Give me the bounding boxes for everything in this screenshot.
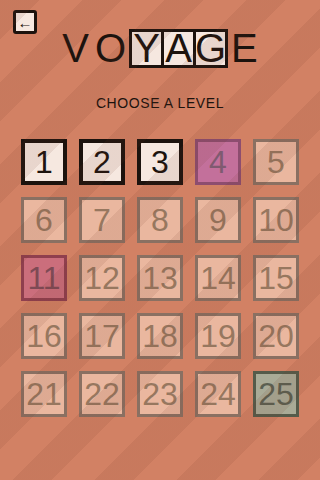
level-button-8[interactable]: 8 — [137, 197, 183, 243]
level-button-10[interactable]: 10 — [253, 197, 299, 243]
title-letter-y-boxed: Y — [129, 29, 164, 68]
level-button-19[interactable]: 19 — [195, 313, 241, 359]
level-button-22[interactable]: 22 — [79, 371, 125, 417]
level-button-1[interactable]: 1 — [21, 139, 67, 185]
level-button-25[interactable]: 25 — [253, 371, 299, 417]
level-button-15[interactable]: 15 — [253, 255, 299, 301]
app-screen: ← VOYAGE CHOOSE A LEVEL 1234567891011121… — [0, 0, 320, 480]
level-button-13[interactable]: 13 — [137, 255, 183, 301]
title-letter-e: E — [228, 28, 261, 68]
level-button-4[interactable]: 4 — [195, 139, 241, 185]
title-letter-v: V — [59, 28, 92, 68]
level-button-23[interactable]: 23 — [137, 371, 183, 417]
level-button-7[interactable]: 7 — [79, 197, 125, 243]
level-button-18[interactable]: 18 — [137, 313, 183, 359]
level-button-21[interactable]: 21 — [21, 371, 67, 417]
level-button-3[interactable]: 3 — [137, 139, 183, 185]
level-button-14[interactable]: 14 — [195, 255, 241, 301]
level-button-20[interactable]: 20 — [253, 313, 299, 359]
level-button-11[interactable]: 11 — [21, 255, 67, 301]
level-button-9[interactable]: 9 — [195, 197, 241, 243]
title-letter-o: O — [92, 28, 129, 68]
app-title: VOYAGE — [0, 26, 320, 70]
level-button-6[interactable]: 6 — [21, 197, 67, 243]
level-grid: 1234567891011121314151617181920212223242… — [21, 139, 299, 417]
level-button-17[interactable]: 17 — [79, 313, 125, 359]
level-button-24[interactable]: 24 — [195, 371, 241, 417]
level-button-16[interactable]: 16 — [21, 313, 67, 359]
title-letter-g-boxed: G — [193, 29, 228, 68]
title-letter-a-boxed: A — [161, 29, 196, 68]
choose-level-heading: CHOOSE A LEVEL — [0, 95, 320, 111]
level-button-2[interactable]: 2 — [79, 139, 125, 185]
level-button-12[interactable]: 12 — [79, 255, 125, 301]
level-button-5[interactable]: 5 — [253, 139, 299, 185]
